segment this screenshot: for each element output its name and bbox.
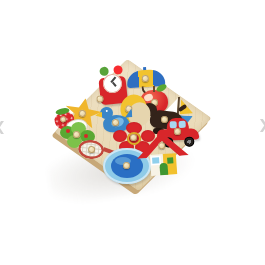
house-door bbox=[159, 163, 168, 176]
ladybird-dot bbox=[66, 129, 70, 133]
house-window-green bbox=[167, 157, 173, 163]
wooden-peg bbox=[158, 142, 165, 149]
product-photo: ❮ ❯ bbox=[0, 0, 265, 265]
puzzle-piece-house bbox=[135, 131, 192, 183]
wooden-peg bbox=[123, 162, 130, 169]
car-window-rear bbox=[179, 121, 186, 128]
carousel-prev-icon[interactable]: ❮ bbox=[0, 120, 6, 133]
apple-stem bbox=[153, 86, 155, 92]
dog-tail bbox=[178, 104, 188, 112]
carousel-next-icon[interactable]: ❯ bbox=[258, 118, 265, 131]
house-window-blue bbox=[152, 157, 159, 163]
